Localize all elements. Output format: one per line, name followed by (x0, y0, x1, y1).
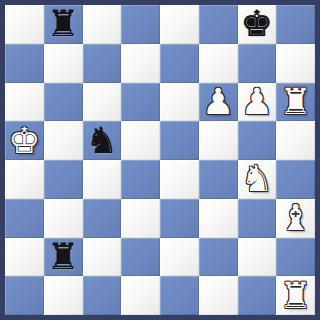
square-g7[interactable] (238, 44, 277, 83)
square-d5[interactable] (121, 121, 160, 160)
square-e1[interactable] (160, 276, 199, 315)
square-g8[interactable]: ♚ (238, 5, 277, 44)
piece-black-king: ♚ (241, 5, 273, 43)
square-a8[interactable] (5, 5, 44, 44)
square-h5[interactable] (276, 121, 315, 160)
square-c1[interactable] (83, 276, 122, 315)
square-h4[interactable] (276, 160, 315, 199)
square-f3[interactable] (199, 199, 238, 238)
square-b5[interactable] (44, 121, 83, 160)
square-b2[interactable]: ♜ (44, 238, 83, 277)
square-c5[interactable]: ♞ (83, 121, 122, 160)
square-d6[interactable] (121, 83, 160, 122)
square-f5[interactable] (199, 121, 238, 160)
square-h2[interactable] (276, 238, 315, 277)
square-e3[interactable] (160, 199, 199, 238)
square-f8[interactable] (199, 5, 238, 44)
square-d8[interactable] (121, 5, 160, 44)
square-b1[interactable] (44, 276, 83, 315)
square-e4[interactable] (160, 160, 199, 199)
square-h3[interactable]: ♝ (276, 199, 315, 238)
square-g1[interactable] (238, 276, 277, 315)
square-b4[interactable] (44, 160, 83, 199)
square-e2[interactable] (160, 238, 199, 277)
square-a2[interactable] (5, 238, 44, 277)
square-h8[interactable] (276, 5, 315, 44)
square-e5[interactable] (160, 121, 199, 160)
square-a4[interactable] (5, 160, 44, 199)
square-d2[interactable] (121, 238, 160, 277)
square-a6[interactable] (5, 83, 44, 122)
square-g2[interactable] (238, 238, 277, 277)
square-h1[interactable]: ♜ (276, 276, 315, 315)
square-e7[interactable] (160, 44, 199, 83)
square-d1[interactable] (121, 276, 160, 315)
square-c2[interactable] (83, 238, 122, 277)
square-b7[interactable] (44, 44, 83, 83)
piece-white-king: ♚ (8, 122, 40, 160)
square-c7[interactable] (83, 44, 122, 83)
square-d3[interactable] (121, 199, 160, 238)
square-g4[interactable]: ♞ (238, 160, 277, 199)
square-d4[interactable] (121, 160, 160, 199)
square-f2[interactable] (199, 238, 238, 277)
square-f4[interactable] (199, 160, 238, 199)
square-a5[interactable]: ♚ (5, 121, 44, 160)
square-c8[interactable] (83, 5, 122, 44)
square-f1[interactable] (199, 276, 238, 315)
square-f6[interactable]: ♟ (199, 83, 238, 122)
square-c4[interactable] (83, 160, 122, 199)
square-f7[interactable] (199, 44, 238, 83)
piece-black-rook: ♜ (47, 238, 79, 276)
square-b6[interactable] (44, 83, 83, 122)
square-b3[interactable] (44, 199, 83, 238)
piece-white-pawn: ♟ (202, 83, 234, 121)
square-a3[interactable] (5, 199, 44, 238)
square-e8[interactable] (160, 5, 199, 44)
square-c3[interactable] (83, 199, 122, 238)
piece-white-bishop: ♝ (279, 199, 311, 237)
chess-board: ♜♚♟♟♜♚♞♞♝♜♜ (5, 5, 315, 315)
square-c6[interactable] (83, 83, 122, 122)
square-h6[interactable]: ♜ (276, 83, 315, 122)
piece-black-rook: ♜ (47, 5, 79, 43)
square-e6[interactable] (160, 83, 199, 122)
square-a7[interactable] (5, 44, 44, 83)
piece-white-pawn: ♟ (241, 83, 273, 121)
piece-white-rook: ♜ (279, 277, 311, 315)
square-h7[interactable] (276, 44, 315, 83)
piece-white-knight: ♞ (241, 160, 273, 198)
piece-black-knight: ♞ (86, 122, 118, 160)
square-a1[interactable] (5, 276, 44, 315)
piece-white-rook: ♜ (279, 83, 311, 121)
square-g5[interactable] (238, 121, 277, 160)
board-frame: ♜♚♟♟♜♚♞♞♝♜♜ (0, 0, 320, 320)
square-d7[interactable] (121, 44, 160, 83)
square-g3[interactable] (238, 199, 277, 238)
square-g6[interactable]: ♟ (238, 83, 277, 122)
square-b8[interactable]: ♜ (44, 5, 83, 44)
